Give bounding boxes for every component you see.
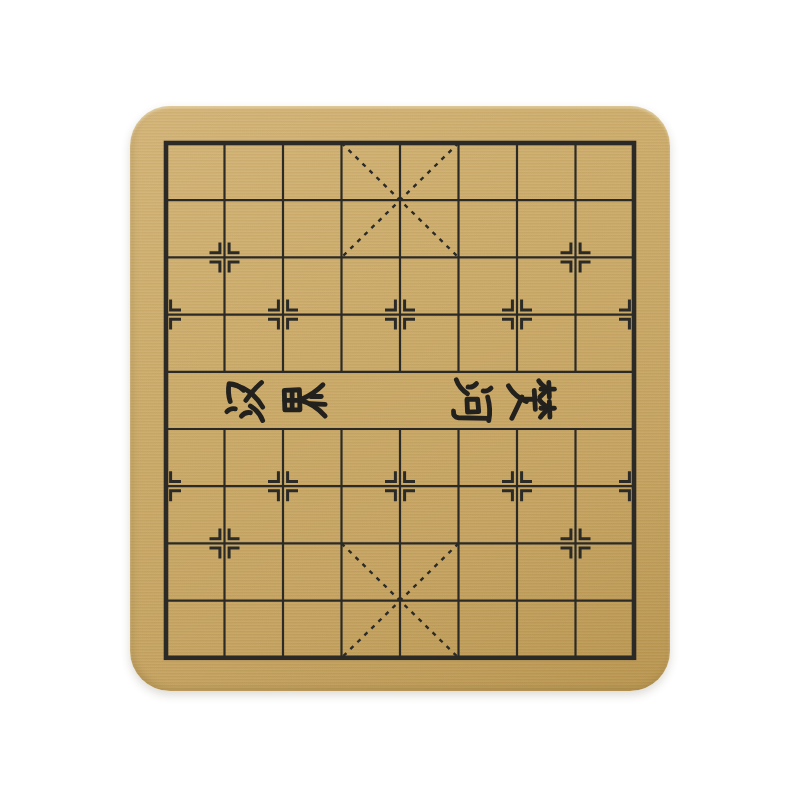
river-character bbox=[227, 382, 263, 420]
river-character bbox=[508, 381, 554, 419]
xiangqi-grid bbox=[130, 106, 670, 691]
river-character bbox=[453, 380, 491, 421]
xiangqi-board-mat bbox=[130, 106, 670, 691]
grid-lines bbox=[166, 143, 634, 658]
river-text-right bbox=[453, 380, 554, 421]
river-character bbox=[284, 385, 325, 416]
river-text-left bbox=[227, 382, 325, 420]
product-photo-background bbox=[0, 0, 800, 800]
